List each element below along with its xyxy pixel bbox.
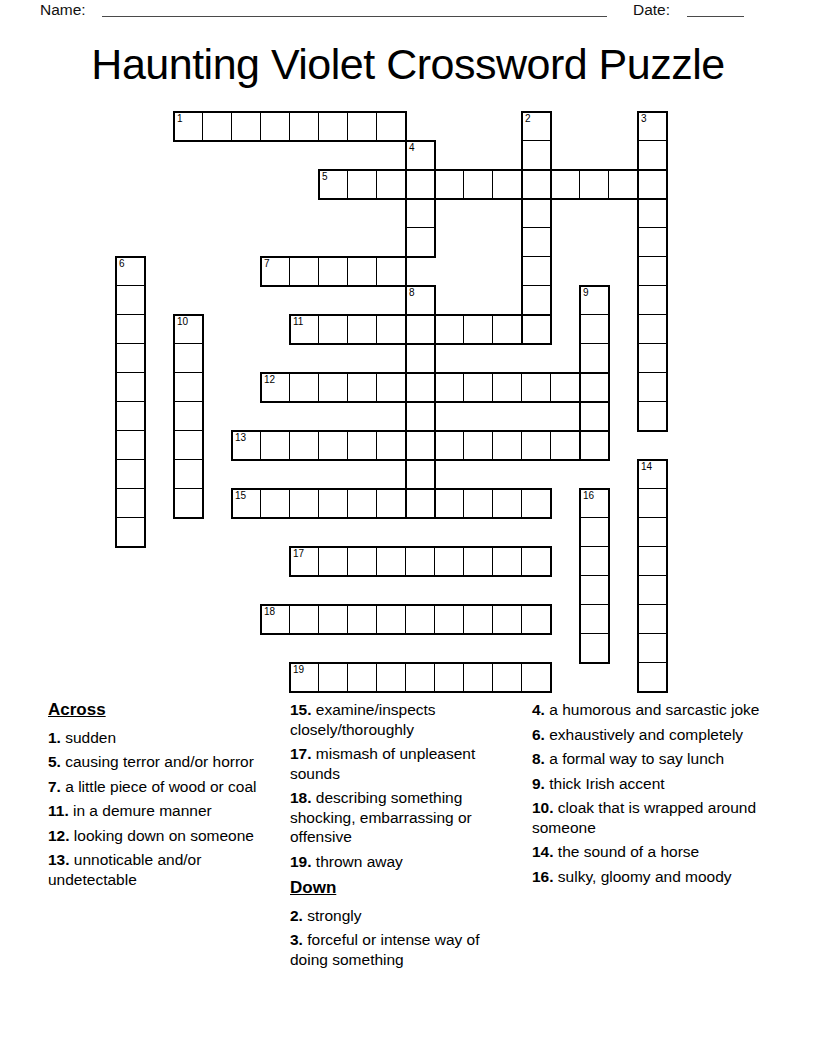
grid-cell[interactable] <box>637 314 668 345</box>
grid-cell[interactable] <box>318 256 349 287</box>
grid-cell[interactable] <box>347 169 378 200</box>
grid-cell[interactable] <box>521 372 552 403</box>
grid-cell[interactable] <box>376 662 407 693</box>
grid-cell[interactable] <box>637 198 668 229</box>
name-blank-line[interactable] <box>102 0 607 17</box>
grid-cell[interactable] <box>579 169 610 200</box>
grid-cell[interactable] <box>376 256 407 287</box>
crossword-board: 15711121315171819234689101416 <box>115 111 669 694</box>
grid-cell[interactable] <box>637 633 668 664</box>
grid-cell[interactable] <box>115 401 146 432</box>
grid-cell[interactable] <box>608 169 639 200</box>
grid-cell[interactable] <box>637 285 668 316</box>
grid-cell[interactable] <box>347 372 378 403</box>
grid-cell[interactable] <box>289 488 320 519</box>
grid-cell[interactable] <box>463 488 494 519</box>
grid-cell[interactable] <box>521 488 552 519</box>
grid-cell[interactable] <box>492 430 523 461</box>
grid-cell[interactable] <box>492 169 523 200</box>
grid-cell[interactable] <box>376 546 407 577</box>
clues-column-3: 4. a humorous and sarcastic joke6. exhau… <box>532 700 762 891</box>
grid-cell[interactable] <box>405 488 436 519</box>
grid-cell[interactable] <box>376 488 407 519</box>
grid-cell[interactable] <box>637 343 668 374</box>
grid-cell[interactable] <box>637 488 668 519</box>
grid-cell[interactable] <box>637 517 668 548</box>
grid-cell[interactable] <box>202 111 233 142</box>
grid-cell[interactable] <box>115 285 146 316</box>
grid-cell[interactable] <box>318 662 349 693</box>
grid-cell[interactable] <box>521 140 552 171</box>
grid-cell[interactable] <box>550 430 581 461</box>
grid-cell[interactable] <box>115 314 146 345</box>
grid-cell[interactable] <box>492 546 523 577</box>
clue-16: 16. sulky, gloomy and moody <box>532 867 762 887</box>
clue-number: 5 <box>322 172 328 182</box>
grid-cell[interactable] <box>173 488 204 519</box>
clues-column-1: Across 1. sudden5. causing terror and/or… <box>48 700 260 894</box>
grid-cell[interactable] <box>521 662 552 693</box>
grid-cell[interactable] <box>550 169 581 200</box>
grid-cell[interactable] <box>376 430 407 461</box>
grid-cell[interactable] <box>347 111 378 142</box>
grid-cell[interactable] <box>434 430 465 461</box>
clue-number: 15 <box>235 491 246 501</box>
grid-cell[interactable] <box>521 285 552 316</box>
grid-cell[interactable] <box>579 401 610 432</box>
clue-10: 10. cloak that is wrapped around someone <box>532 798 762 837</box>
grid-cell[interactable] <box>579 546 610 577</box>
grid-cell[interactable] <box>579 343 610 374</box>
grid-cell[interactable] <box>405 401 436 432</box>
grid-cell[interactable] <box>579 314 610 345</box>
clue-18: 18. describing something shocking, embar… <box>290 788 510 847</box>
grid-cell[interactable] <box>289 372 320 403</box>
grid-cell[interactable] <box>260 430 291 461</box>
grid-cell[interactable] <box>318 604 349 635</box>
grid-cell[interactable] <box>405 343 436 374</box>
clue-number: 2 <box>525 114 531 124</box>
grid-cell[interactable] <box>289 256 320 287</box>
grid-cell[interactable] <box>347 604 378 635</box>
grid-cell[interactable] <box>550 372 581 403</box>
grid-cell[interactable] <box>434 546 465 577</box>
grid-cell[interactable] <box>231 111 262 142</box>
clue-2: 2. strongly <box>290 906 510 926</box>
grid-cell[interactable] <box>463 430 494 461</box>
clue-number: 11 <box>293 317 303 327</box>
across-clue-list-2: 15. examine/inspects closely/thoroughly1… <box>290 700 510 871</box>
grid-cell[interactable] <box>318 546 349 577</box>
grid-cell[interactable] <box>260 488 291 519</box>
grid-cell[interactable] <box>521 604 552 635</box>
clue-1: 1. sudden <box>48 728 260 748</box>
grid-cell[interactable] <box>521 227 552 258</box>
grid-cell[interactable] <box>405 227 436 258</box>
grid-cell[interactable] <box>173 430 204 461</box>
grid-cell[interactable] <box>115 459 146 490</box>
grid-cell[interactable] <box>637 372 668 403</box>
clue-9: 9. thick Irish accent <box>532 774 762 794</box>
grid-cell[interactable] <box>637 227 668 258</box>
grid-cell[interactable] <box>260 111 291 142</box>
grid-cell[interactable] <box>463 169 494 200</box>
grid-cell[interactable] <box>637 169 668 200</box>
clue-7: 7. a little piece of wood or coal <box>48 777 260 797</box>
grid-cell[interactable] <box>115 343 146 374</box>
grid-cell[interactable] <box>347 546 378 577</box>
grid-cell[interactable] <box>637 140 668 171</box>
down-clue-list-1: 2. strongly3. forceful or intense way of… <box>290 906 510 970</box>
grid-cell[interactable] <box>434 314 465 345</box>
grid-cell[interactable] <box>579 633 610 664</box>
clue-number: 3 <box>641 114 647 124</box>
clue-15: 15. examine/inspects closely/thoroughly <box>290 700 510 739</box>
grid-cell[interactable] <box>115 372 146 403</box>
grid-cell[interactable] <box>637 546 668 577</box>
grid-cell[interactable] <box>405 662 436 693</box>
grid-cell[interactable] <box>463 546 494 577</box>
across-clue-list-1: 1. sudden5. causing terror and/or horror… <box>48 728 260 890</box>
grid-cell[interactable] <box>637 256 668 287</box>
grid-cell[interactable] <box>463 604 494 635</box>
grid-cell[interactable] <box>173 401 204 432</box>
clue-number: 7 <box>264 259 270 269</box>
clue-number: 8 <box>409 288 415 298</box>
clue-number: 4 <box>409 143 415 153</box>
grid-cell[interactable] <box>434 372 465 403</box>
grid-cell[interactable] <box>492 314 523 345</box>
grid-cell[interactable] <box>434 662 465 693</box>
grid-cell[interactable] <box>405 546 436 577</box>
grid-cell[interactable] <box>521 256 552 287</box>
date-label: Date: <box>633 1 670 19</box>
grid-cell[interactable] <box>405 372 436 403</box>
grid-cell[interactable] <box>492 372 523 403</box>
grid-cell[interactable] <box>637 575 668 606</box>
grid-cell[interactable] <box>492 488 523 519</box>
grid-cell[interactable] <box>463 314 494 345</box>
grid-cell[interactable] <box>405 314 436 345</box>
clue-13: 13. unnoticable and/or undetectable <box>48 850 260 889</box>
grid-cell[interactable] <box>637 604 668 635</box>
clue-number: 14 <box>641 462 652 472</box>
grid-cell[interactable] <box>347 662 378 693</box>
grid-cell[interactable] <box>289 604 320 635</box>
down-heading: Down <box>290 878 510 898</box>
grid-cell[interactable] <box>492 604 523 635</box>
grid-cell[interactable] <box>521 430 552 461</box>
clue-12: 12. looking down on someone <box>48 826 260 846</box>
grid-cell[interactable] <box>579 517 610 548</box>
grid-cell[interactable] <box>318 488 349 519</box>
grid-cell[interactable] <box>579 575 610 606</box>
grid-cell[interactable] <box>405 604 436 635</box>
clue-4: 4. a humorous and sarcastic joke <box>532 700 762 720</box>
grid-cell[interactable] <box>434 488 465 519</box>
name-label: Name: <box>40 1 86 19</box>
grid-cell[interactable] <box>434 604 465 635</box>
clue-6: 6. exhaustively and completely <box>532 725 762 745</box>
grid-cell[interactable] <box>115 488 146 519</box>
grid-cell[interactable] <box>405 430 436 461</box>
grid-cell[interactable] <box>405 198 436 229</box>
grid-cell[interactable] <box>318 314 349 345</box>
clue-number: 9 <box>583 288 589 298</box>
grid-cell[interactable] <box>289 111 320 142</box>
clue-number: 13 <box>235 433 246 443</box>
grid-cell[interactable] <box>463 662 494 693</box>
grid-cell[interactable] <box>115 430 146 461</box>
grid-cell[interactable] <box>521 198 552 229</box>
clue-number: 6 <box>119 259 125 269</box>
grid-cell[interactable] <box>318 111 349 142</box>
grid-cell[interactable] <box>173 372 204 403</box>
across-heading: Across <box>48 700 260 720</box>
grid-cell[interactable] <box>318 430 349 461</box>
grid-cell[interactable] <box>579 372 610 403</box>
grid-cell[interactable] <box>463 372 494 403</box>
grid-cell[interactable] <box>173 459 204 490</box>
grid-cell[interactable] <box>347 430 378 461</box>
date-blank-line[interactable] <box>687 0 744 17</box>
clue-number: 16 <box>583 491 594 501</box>
clue-number: 1 <box>177 114 183 124</box>
grid-cell[interactable] <box>289 430 320 461</box>
clue-17: 17. mismash of unpleasent sounds <box>290 744 510 783</box>
page-title: Haunting Violet Crossword Puzzle <box>0 40 816 89</box>
clue-14: 14. the sound of a horse <box>532 842 762 862</box>
grid-cell[interactable] <box>521 314 552 345</box>
grid-cell[interactable] <box>347 256 378 287</box>
grid-cell[interactable] <box>521 546 552 577</box>
grid-cell[interactable] <box>376 604 407 635</box>
clue-3: 3. forceful or intense way of doing some… <box>290 930 510 969</box>
grid-cell[interactable] <box>434 169 465 200</box>
grid-cell[interactable] <box>637 662 668 693</box>
down-clue-list-2: 4. a humorous and sarcastic joke6. exhau… <box>532 700 762 886</box>
grid-cell[interactable] <box>173 343 204 374</box>
grid-cell[interactable] <box>579 430 610 461</box>
grid-cell[interactable] <box>405 169 436 200</box>
clue-11: 11. in a demure manner <box>48 801 260 821</box>
clue-8: 8. a formal way to say lunch <box>532 749 762 769</box>
grid-cell[interactable] <box>579 604 610 635</box>
clue-number: 17 <box>293 549 304 559</box>
grid-cell[interactable] <box>492 662 523 693</box>
grid-cell[interactable] <box>376 169 407 200</box>
grid-cell[interactable] <box>405 459 436 490</box>
clues-column-2: 15. examine/inspects closely/thoroughly1… <box>290 700 510 974</box>
grid-cell[interactable] <box>347 488 378 519</box>
clue-number: 18 <box>264 607 275 617</box>
grid-cell[interactable] <box>376 314 407 345</box>
grid-cell[interactable] <box>376 372 407 403</box>
grid-cell[interactable] <box>115 517 146 548</box>
grid-cell[interactable] <box>521 169 552 200</box>
clue-number: 19 <box>293 665 304 675</box>
grid-cell[interactable] <box>347 314 378 345</box>
grid-cell[interactable] <box>376 111 407 142</box>
clue-number: 10 <box>177 317 188 327</box>
clue-number: 12 <box>264 375 275 385</box>
clue-19: 19. thrown away <box>290 852 510 872</box>
clue-5: 5. causing terror and/or horror <box>48 752 260 772</box>
grid-cell[interactable] <box>637 401 668 432</box>
grid-cell[interactable] <box>318 372 349 403</box>
